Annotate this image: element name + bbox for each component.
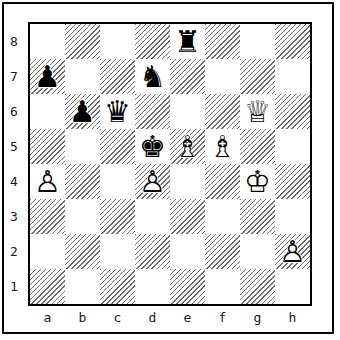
square-a5[interactable] bbox=[30, 129, 65, 164]
square-f1[interactable] bbox=[205, 269, 240, 304]
square-d8[interactable] bbox=[135, 24, 170, 59]
white-bishop-icon: ♗ bbox=[205, 129, 240, 164]
square-b7[interactable] bbox=[65, 59, 100, 94]
white-king-icon: ♔ bbox=[240, 164, 275, 199]
white-pawn-halo: ♟ bbox=[133, 162, 172, 201]
black-pawn-halo: ♟ bbox=[63, 92, 102, 131]
square-h2[interactable]: ♟♙ bbox=[275, 234, 310, 269]
square-d6[interactable] bbox=[135, 94, 170, 129]
square-g8[interactable] bbox=[240, 24, 275, 59]
square-a6[interactable] bbox=[30, 94, 65, 129]
square-b4[interactable] bbox=[65, 164, 100, 199]
file-label-f: f bbox=[205, 309, 240, 327]
white-queen-halo: ♛ bbox=[238, 92, 277, 131]
square-g3[interactable] bbox=[240, 199, 275, 234]
square-c1[interactable] bbox=[100, 269, 135, 304]
black-pawn-icon: ♟ bbox=[30, 59, 65, 94]
square-g5[interactable] bbox=[240, 129, 275, 164]
white-pawn-halo: ♟ bbox=[28, 162, 67, 201]
square-d4[interactable]: ♟♙ bbox=[135, 164, 170, 199]
square-g2[interactable] bbox=[240, 234, 275, 269]
square-c4[interactable] bbox=[100, 164, 135, 199]
white-pawn-icon: ♙ bbox=[30, 164, 65, 199]
black-knight-halo: ♞ bbox=[133, 57, 172, 96]
square-a7[interactable]: ♟♟ bbox=[30, 59, 65, 94]
square-h7[interactable] bbox=[275, 59, 310, 94]
white-pawn-icon: ♙ bbox=[275, 234, 310, 269]
square-b1[interactable] bbox=[65, 269, 100, 304]
file-label-e: e bbox=[170, 309, 205, 327]
rank-label-7: 7 bbox=[4, 59, 24, 94]
black-rook-icon: ♜ bbox=[170, 24, 205, 59]
square-h5[interactable] bbox=[275, 129, 310, 164]
square-h8[interactable] bbox=[275, 24, 310, 59]
chess-board: ♜♜♟♟♞♞♟♟♛♛♛♕♚♚♝♗♝♗♟♙♟♙♚♔♟♙ bbox=[28, 22, 312, 306]
square-c5[interactable] bbox=[100, 129, 135, 164]
square-f8[interactable] bbox=[205, 24, 240, 59]
square-e5[interactable]: ♝♗ bbox=[170, 129, 205, 164]
square-h3[interactable] bbox=[275, 199, 310, 234]
square-b5[interactable] bbox=[65, 129, 100, 164]
square-d1[interactable] bbox=[135, 269, 170, 304]
square-g7[interactable] bbox=[240, 59, 275, 94]
square-g6[interactable]: ♛♕ bbox=[240, 94, 275, 129]
square-f5[interactable]: ♝♗ bbox=[205, 129, 240, 164]
square-d2[interactable] bbox=[135, 234, 170, 269]
square-c6[interactable]: ♛♛ bbox=[100, 94, 135, 129]
white-bishop-halo: ♝ bbox=[203, 127, 242, 166]
square-a8[interactable] bbox=[30, 24, 65, 59]
square-c2[interactable] bbox=[100, 234, 135, 269]
white-queen-icon: ♕ bbox=[240, 94, 275, 129]
square-c8[interactable] bbox=[100, 24, 135, 59]
square-b3[interactable] bbox=[65, 199, 100, 234]
square-e8[interactable]: ♜♜ bbox=[170, 24, 205, 59]
white-pawn-icon: ♙ bbox=[135, 164, 170, 199]
white-pawn-halo: ♟ bbox=[273, 232, 312, 271]
square-b2[interactable] bbox=[65, 234, 100, 269]
square-f4[interactable] bbox=[205, 164, 240, 199]
square-a1[interactable] bbox=[30, 269, 65, 304]
file-label-h: h bbox=[275, 309, 310, 327]
black-king-icon: ♚ bbox=[135, 129, 170, 164]
square-f3[interactable] bbox=[205, 199, 240, 234]
square-h4[interactable] bbox=[275, 164, 310, 199]
file-label-g: g bbox=[240, 309, 275, 327]
rank-label-5: 5 bbox=[4, 129, 24, 164]
file-label-b: b bbox=[65, 309, 100, 327]
file-label-a: a bbox=[30, 309, 65, 327]
file-label-d: d bbox=[135, 309, 170, 327]
square-g4[interactable]: ♚♔ bbox=[240, 164, 275, 199]
rank-label-6: 6 bbox=[4, 94, 24, 129]
square-b6[interactable]: ♟♟ bbox=[65, 94, 100, 129]
square-e7[interactable] bbox=[170, 59, 205, 94]
rank-label-1: 1 bbox=[4, 269, 24, 304]
square-g1[interactable] bbox=[240, 269, 275, 304]
rank-labels: 87654321 bbox=[4, 24, 24, 304]
rank-label-3: 3 bbox=[4, 199, 24, 234]
square-f6[interactable] bbox=[205, 94, 240, 129]
square-d7[interactable]: ♞♞ bbox=[135, 59, 170, 94]
black-rook-halo: ♜ bbox=[168, 22, 207, 61]
square-h6[interactable] bbox=[275, 94, 310, 129]
square-c3[interactable] bbox=[100, 199, 135, 234]
square-d5[interactable]: ♚♚ bbox=[135, 129, 170, 164]
square-e6[interactable] bbox=[170, 94, 205, 129]
square-c7[interactable] bbox=[100, 59, 135, 94]
rank-label-8: 8 bbox=[4, 24, 24, 59]
square-f2[interactable] bbox=[205, 234, 240, 269]
square-a4[interactable]: ♟♙ bbox=[30, 164, 65, 199]
square-e3[interactable] bbox=[170, 199, 205, 234]
square-d3[interactable] bbox=[135, 199, 170, 234]
black-king-halo: ♚ bbox=[133, 127, 172, 166]
file-label-c: c bbox=[100, 309, 135, 327]
black-knight-icon: ♞ bbox=[135, 59, 170, 94]
white-king-halo: ♚ bbox=[238, 162, 277, 201]
white-bishop-halo: ♝ bbox=[168, 127, 207, 166]
square-e2[interactable] bbox=[170, 234, 205, 269]
square-f7[interactable] bbox=[205, 59, 240, 94]
file-labels: abcdefgh bbox=[30, 309, 310, 327]
black-queen-icon: ♛ bbox=[100, 94, 135, 129]
square-a3[interactable] bbox=[30, 199, 65, 234]
black-pawn-icon: ♟ bbox=[65, 94, 100, 129]
square-h1[interactable] bbox=[275, 269, 310, 304]
square-e4[interactable] bbox=[170, 164, 205, 199]
rank-label-2: 2 bbox=[4, 234, 24, 269]
square-b8[interactable] bbox=[65, 24, 100, 59]
black-queen-halo: ♛ bbox=[98, 92, 137, 131]
square-a2[interactable] bbox=[30, 234, 65, 269]
black-pawn-halo: ♟ bbox=[28, 57, 67, 96]
white-bishop-icon: ♗ bbox=[170, 129, 205, 164]
square-e1[interactable] bbox=[170, 269, 205, 304]
rank-label-4: 4 bbox=[4, 164, 24, 199]
